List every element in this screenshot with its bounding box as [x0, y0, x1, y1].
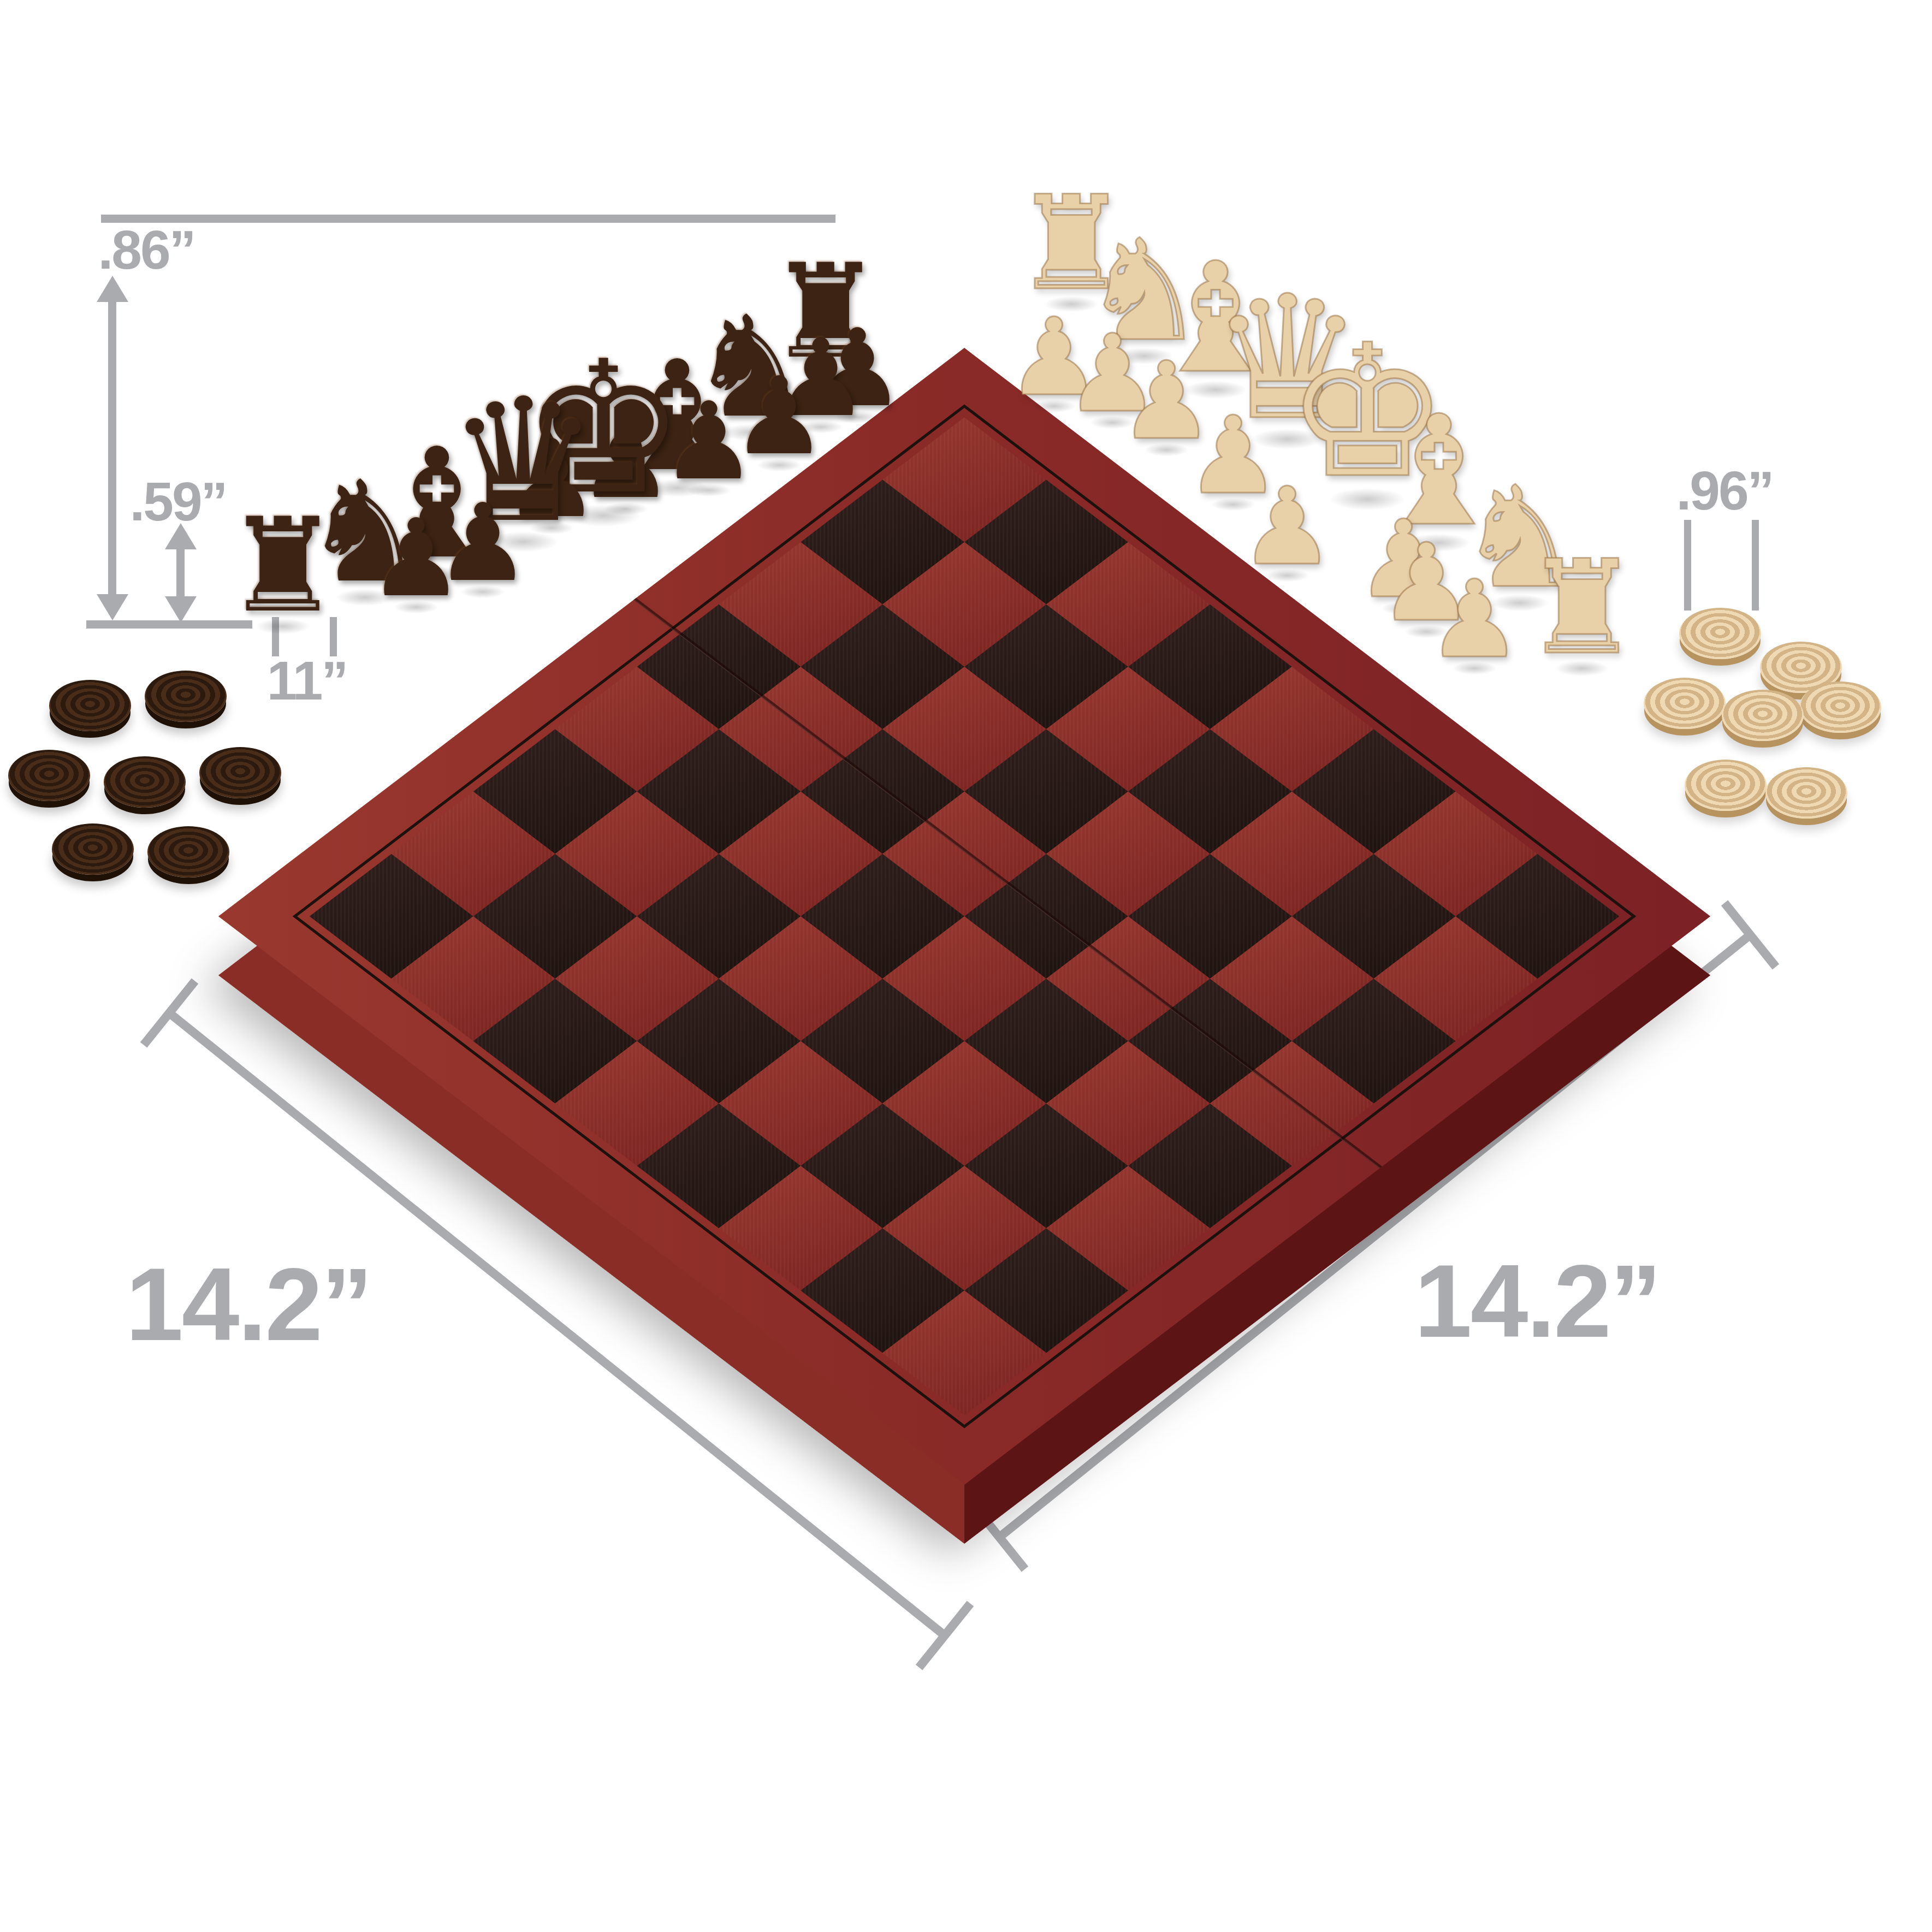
- product-photo: .86” .59” 11” .96” 14.2” 14.2” ♜♞♟♝♟♛♟♚♟…: [0, 0, 1932, 1932]
- arrow-down-icon: [165, 596, 197, 623]
- dark-checker: [104, 756, 186, 808]
- dark-checker: [147, 826, 229, 878]
- light-checker: [1685, 760, 1767, 811]
- dim-line-left-14-2-tick: [916, 1601, 974, 1670]
- dim-label-board-side-left: 14.2”: [126, 1244, 371, 1364]
- light-pawn: ♟: [1239, 473, 1335, 580]
- dim-line-left-14-2-tick: [140, 979, 198, 1048]
- dim-label-piece-height-tall: .86”: [98, 218, 194, 281]
- dim-arrow-86-shaft: [108, 298, 116, 603]
- dark-rook: ♜: [224, 501, 341, 631]
- dim-arrow-59-shaft: [176, 546, 185, 601]
- light-checker: [1679, 608, 1761, 659]
- dark-checker: [199, 747, 281, 798]
- arrow-down-icon: [97, 594, 128, 620]
- dark-checker: [49, 680, 131, 731]
- dim-label-piece-base-width: 11”: [267, 649, 347, 712]
- dim-line-right-14-2-tick: [1721, 900, 1779, 969]
- light-checker: [1765, 767, 1847, 819]
- dim-bracket-left: [1684, 520, 1691, 611]
- dim-label-piece-height-short: .59”: [129, 470, 226, 533]
- dark-checker: [8, 750, 90, 801]
- dark-checker: [52, 823, 134, 875]
- dim-bracket-right: [1752, 520, 1759, 611]
- dark-pawn: ♟: [368, 505, 464, 612]
- light-pawn: ♟: [1426, 566, 1522, 673]
- dark-checker: [145, 671, 227, 722]
- dim-top-reference-line: [101, 215, 835, 223]
- dim-label-board-side-right: 14.2”: [1414, 1241, 1660, 1360]
- dim-label-checker-diameter: .96”: [1676, 459, 1773, 522]
- light-checker: [1799, 681, 1881, 733]
- light-rook: ♜: [1524, 543, 1640, 673]
- light-checker: [1644, 678, 1726, 729]
- light-checker: [1722, 690, 1804, 741]
